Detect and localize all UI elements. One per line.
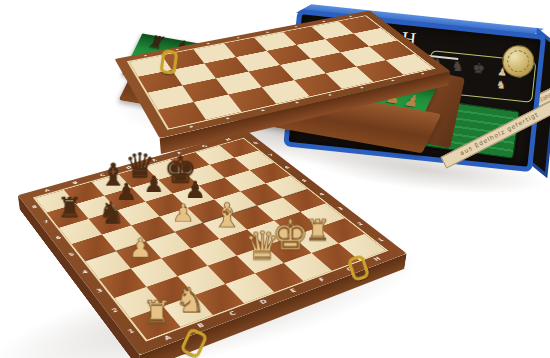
lid-coordinate-mark [261,109,265,111]
coordinate-label: 4 [78,268,93,276]
lid-coordinate-mark [189,126,193,128]
coordinate-label: 3 [92,286,108,295]
coordinate-label: 1 [123,326,140,336]
coordinate-label: 8 [28,204,42,211]
product-photo-stage: aus Edelholz gefertigt SCHACH ♟ ♞ ♚ ♛ ♟ … [0,0,550,358]
coordinate-label: 5 [64,251,79,259]
lid-coordinate-mark [391,80,395,82]
lid-coordinate-mark [226,117,230,119]
lid-coordinate-mark [328,94,332,96]
coordinate-label: 2 [107,306,123,315]
lid-coordinate-mark [421,73,425,75]
lid-coordinate-mark [295,101,299,103]
lid-coordinate-mark [175,49,179,51]
lid-coordinate-mark [144,55,148,57]
coordinate-label: 8 [250,140,263,145]
lid-coordinate-mark [360,87,364,89]
coordinate-label: 6 [281,165,294,171]
